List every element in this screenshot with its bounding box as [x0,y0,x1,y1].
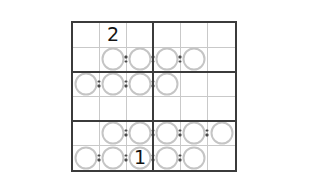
cell-r6c3[interactable]: 1 [127,146,154,171]
cell-r4c6[interactable] [208,97,235,122]
cell-r3c5[interactable] [181,72,208,97]
cell-r1c3[interactable] [127,23,154,48]
cell-r5c4[interactable] [154,121,181,146]
given-digit: 1 [127,146,153,171]
cell-r1c4[interactable] [154,23,181,48]
cell-r6c5[interactable] [181,146,208,171]
circle-marker [183,146,206,169]
cell-r2c6[interactable] [208,48,235,73]
cell-r1c6[interactable] [208,23,235,48]
circle-marker [102,72,125,95]
circle-marker [183,121,206,144]
cell-r5c6[interactable] [208,121,235,146]
box-divider-vertical [152,23,154,170]
circle-marker [75,72,98,95]
circle-marker [156,121,179,144]
cell-r6c4[interactable] [154,146,181,171]
cell-r2c1[interactable] [73,48,100,73]
cell-r4c4[interactable] [154,97,181,122]
circle-marker [129,48,152,71]
cell-r5c5[interactable] [181,121,208,146]
cell-r2c5[interactable] [181,48,208,73]
cell-r3c6[interactable] [208,72,235,97]
cell-r1c1[interactable] [73,23,100,48]
puzzle-board: 21 [71,21,237,172]
circle-marker [156,146,179,169]
circle-marker [102,121,125,144]
cell-r6c2[interactable] [100,146,127,171]
circle-marker [156,48,179,71]
circle-marker [156,72,179,95]
cell-r2c4[interactable] [154,48,181,73]
cell-r5c1[interactable] [73,121,100,146]
cell-r2c2[interactable] [100,48,127,73]
cell-r1c5[interactable] [181,23,208,48]
cell-r4c5[interactable] [181,97,208,122]
given-digit: 2 [100,23,126,47]
box-divider-horizontal-1 [73,71,235,73]
cell-r4c1[interactable] [73,97,100,122]
cell-r1c2[interactable]: 2 [100,23,127,48]
circle-marker [210,121,233,144]
cell-r4c2[interactable] [100,97,127,122]
cell-r3c3[interactable] [127,72,154,97]
cell-r5c3[interactable] [127,121,154,146]
circle-marker [75,146,98,169]
cell-r3c1[interactable] [73,72,100,97]
cell-r6c1[interactable] [73,146,100,171]
cell-r3c4[interactable] [154,72,181,97]
cell-r3c2[interactable] [100,72,127,97]
cell-r2c3[interactable] [127,48,154,73]
cell-r5c2[interactable] [100,121,127,146]
circle-marker [129,121,152,144]
circle-marker [183,48,206,71]
circle-marker [102,48,125,71]
box-divider-horizontal-2 [73,120,235,122]
cell-r4c3[interactable] [127,97,154,122]
circle-marker [129,72,152,95]
circle-marker [102,146,125,169]
cell-r6c6[interactable] [208,146,235,171]
